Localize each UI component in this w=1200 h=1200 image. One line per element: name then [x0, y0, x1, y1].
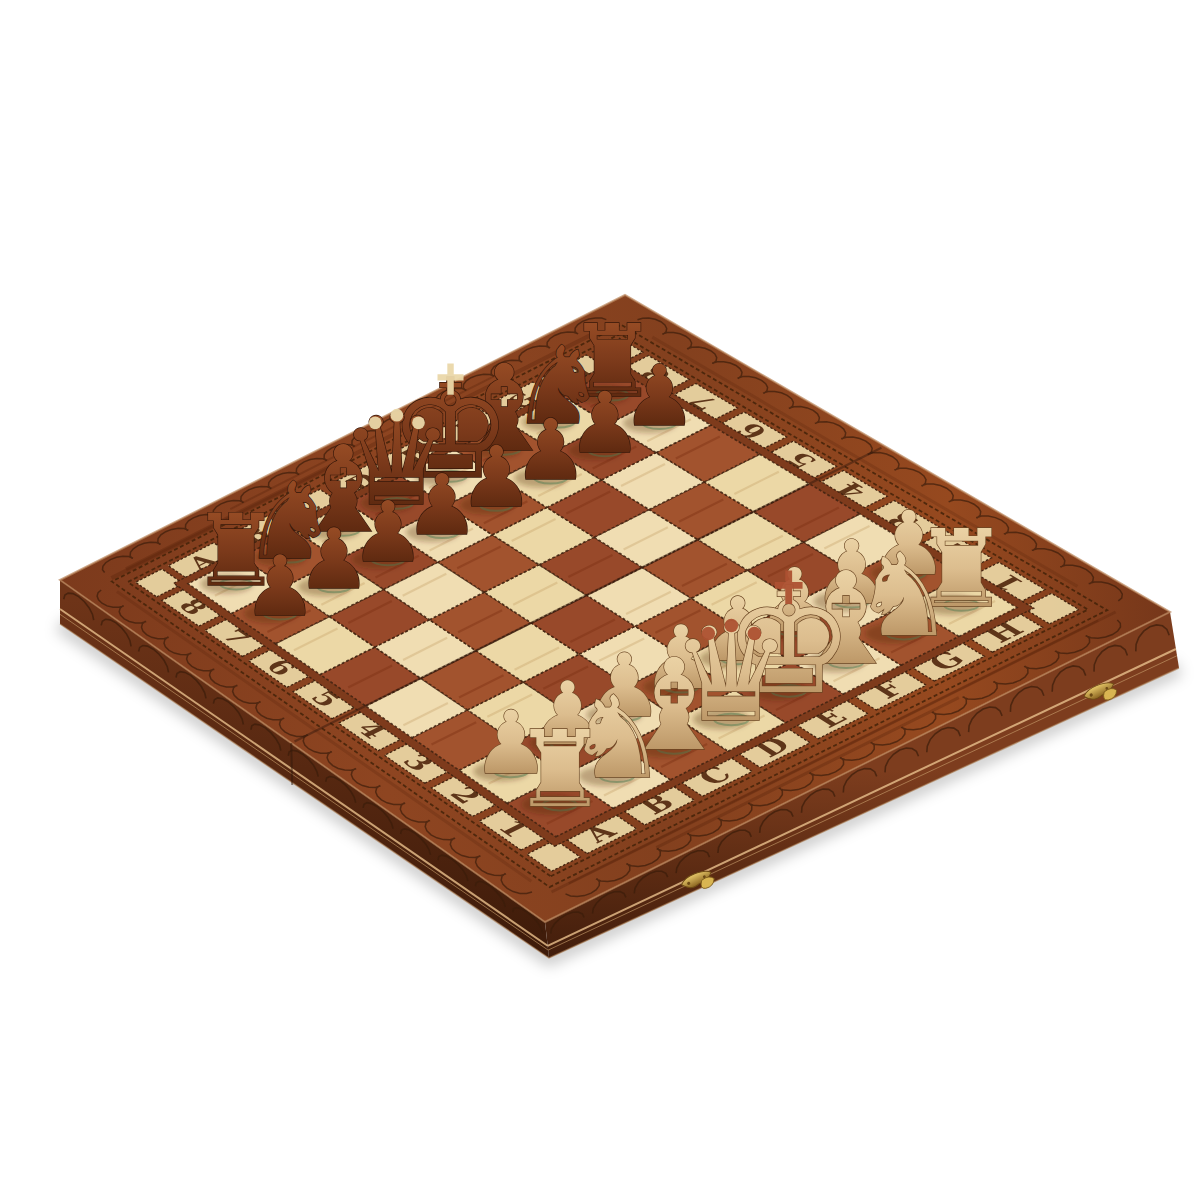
queen-ball-accent [748, 627, 762, 641]
queen-ball-accent [412, 416, 425, 429]
queen-ball-accent [390, 409, 403, 422]
chess-set-figure: AA11BB22CC33DD44EE55FF66GG77HH88♜♞♟♝♟♚♟♛… [0, 0, 1200, 1200]
wooden-folding-chessboard: AA11BB22CC33DD44EE55FF66GG77HH88♜♞♟♝♟♚♟♛… [0, 0, 1200, 1200]
dark-pawn-glyph: ♟ [243, 538, 318, 635]
piece-white-r-a1[interactable]: ♜ [512, 708, 607, 831]
piece-dark-p-a7[interactable]: ♟ [243, 538, 318, 635]
queen-ball-accent [725, 619, 739, 633]
product-photo: AA11BB22CC33DD44EE55FF66GG77HH88♜♞♟♝♟♚♟♛… [0, 0, 1200, 1200]
fold-seam-wall-crack [291, 743, 292, 785]
white-rook-glyph: ♜ [512, 708, 607, 831]
